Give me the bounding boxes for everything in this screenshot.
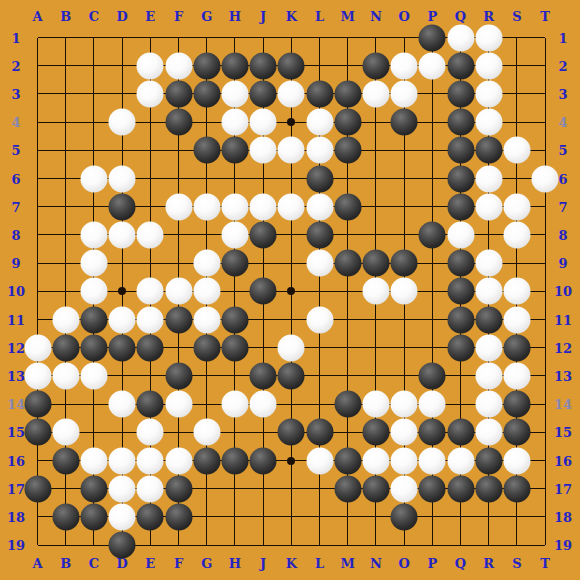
stone-black[interactable] xyxy=(109,532,136,559)
stone-black[interactable] xyxy=(447,193,474,220)
stone-white[interactable] xyxy=(278,193,305,220)
stone-black[interactable] xyxy=(250,278,277,305)
column-label: E xyxy=(145,557,155,570)
stone-white[interactable] xyxy=(503,362,530,389)
stone-black[interactable] xyxy=(447,278,474,305)
stone-white[interactable] xyxy=(109,109,136,136)
stone-white[interactable] xyxy=(391,475,418,502)
stone-black[interactable] xyxy=(193,137,220,164)
stone-white[interactable] xyxy=(250,137,277,164)
stone-black[interactable] xyxy=(419,221,446,248)
stone-white[interactable] xyxy=(306,109,333,136)
stone-black[interactable] xyxy=(80,475,107,502)
column-label: P xyxy=(427,10,437,23)
row-label: 5 xyxy=(558,144,567,157)
row-label: 6 xyxy=(558,172,567,185)
stone-white[interactable] xyxy=(221,109,248,136)
stone-white[interactable] xyxy=(306,447,333,474)
row-label: 7 xyxy=(11,200,20,213)
stone-white[interactable] xyxy=(24,334,51,361)
stone-white[interactable] xyxy=(503,447,530,474)
stone-black[interactable] xyxy=(24,419,51,446)
stone-black[interactable] xyxy=(221,52,248,79)
stone-black[interactable] xyxy=(109,334,136,361)
row-label: 11 xyxy=(7,313,25,326)
stone-white[interactable] xyxy=(475,334,502,361)
stone-white[interactable] xyxy=(278,137,305,164)
column-label: O xyxy=(398,557,409,570)
stone-white[interactable] xyxy=(137,475,164,502)
stone-white[interactable] xyxy=(137,80,164,107)
stone-black[interactable] xyxy=(109,193,136,220)
stone-black[interactable] xyxy=(447,137,474,164)
stone-white[interactable] xyxy=(80,250,107,277)
row-label: 3 xyxy=(558,87,567,100)
row-label: 18 xyxy=(7,510,25,523)
column-label: M xyxy=(340,10,354,23)
stone-black[interactable] xyxy=(250,447,277,474)
stone-white[interactable] xyxy=(165,193,192,220)
stone-black[interactable] xyxy=(447,334,474,361)
row-label: 19 xyxy=(554,539,572,552)
stone-black[interactable] xyxy=(221,306,248,333)
stone-white[interactable] xyxy=(221,221,248,248)
row-label: 4 xyxy=(11,116,20,129)
stone-black[interactable] xyxy=(24,475,51,502)
row-label: 15 xyxy=(7,426,25,439)
stone-white[interactable] xyxy=(475,24,502,51)
stone-white[interactable] xyxy=(475,419,502,446)
stone-black[interactable] xyxy=(447,475,474,502)
stone-black[interactable] xyxy=(475,137,502,164)
column-label: Q xyxy=(455,10,466,23)
column-label: H xyxy=(229,10,241,23)
row-label: 12 xyxy=(7,341,25,354)
stone-black[interactable] xyxy=(447,165,474,192)
stone-white[interactable] xyxy=(165,278,192,305)
stone-white[interactable] xyxy=(391,419,418,446)
stone-white[interactable] xyxy=(447,447,474,474)
column-label: J xyxy=(260,557,266,570)
column-label: C xyxy=(89,557,99,570)
stone-white[interactable] xyxy=(109,221,136,248)
stone-black[interactable] xyxy=(419,419,446,446)
stone-white[interactable] xyxy=(503,193,530,220)
row-label: 5 xyxy=(11,144,20,157)
stone-black[interactable] xyxy=(165,503,192,530)
stone-white[interactable] xyxy=(391,447,418,474)
stone-white[interactable] xyxy=(306,306,333,333)
star-point xyxy=(118,287,126,295)
stone-white[interactable] xyxy=(475,193,502,220)
stone-black[interactable] xyxy=(250,52,277,79)
stone-white[interactable] xyxy=(137,419,164,446)
stone-black[interactable] xyxy=(193,52,220,79)
column-label: K xyxy=(286,557,297,570)
stone-white[interactable] xyxy=(503,221,530,248)
stone-white[interactable] xyxy=(419,52,446,79)
stone-black[interactable] xyxy=(362,250,389,277)
row-label: 19 xyxy=(7,539,25,552)
stone-black[interactable] xyxy=(503,419,530,446)
stone-white[interactable] xyxy=(24,362,51,389)
stone-white[interactable] xyxy=(193,306,220,333)
stone-white[interactable] xyxy=(532,165,559,192)
stone-white[interactable] xyxy=(503,278,530,305)
star-point xyxy=(287,118,295,126)
stone-black[interactable] xyxy=(447,250,474,277)
row-label: 9 xyxy=(11,257,20,270)
stone-white[interactable] xyxy=(391,278,418,305)
column-label: Q xyxy=(455,557,466,570)
stone-black[interactable] xyxy=(221,250,248,277)
stone-black[interactable] xyxy=(250,362,277,389)
row-label: 13 xyxy=(554,369,572,382)
stone-black[interactable] xyxy=(80,503,107,530)
column-label: L xyxy=(315,10,324,23)
stone-black[interactable] xyxy=(334,447,361,474)
stone-white[interactable] xyxy=(109,306,136,333)
stone-black[interactable] xyxy=(250,80,277,107)
row-label: 10 xyxy=(554,285,572,298)
stone-white[interactable] xyxy=(80,447,107,474)
stone-black[interactable] xyxy=(193,334,220,361)
column-label: P xyxy=(427,557,437,570)
stone-black[interactable] xyxy=(306,221,333,248)
stone-white[interactable] xyxy=(109,447,136,474)
star-point xyxy=(287,287,295,295)
stone-black[interactable] xyxy=(278,419,305,446)
row-label: 9 xyxy=(558,257,567,270)
stone-black[interactable] xyxy=(80,306,107,333)
stone-black[interactable] xyxy=(362,419,389,446)
go-board[interactable]: AABBCCDDEEFFGGHHJJKKLLMMNNOOPPQQRRSSTT11… xyxy=(0,0,580,580)
column-label: A xyxy=(32,10,42,23)
stone-black[interactable] xyxy=(334,391,361,418)
stone-white[interactable] xyxy=(80,362,107,389)
column-label: B xyxy=(60,557,71,570)
row-label: 8 xyxy=(558,228,567,241)
stone-white[interactable] xyxy=(306,137,333,164)
stone-white[interactable] xyxy=(52,362,79,389)
stone-white[interactable] xyxy=(447,221,474,248)
stone-black[interactable] xyxy=(334,475,361,502)
column-label: R xyxy=(483,557,494,570)
row-label: 13 xyxy=(7,369,25,382)
stone-black[interactable] xyxy=(165,306,192,333)
column-label: J xyxy=(260,10,266,23)
stone-black[interactable] xyxy=(503,334,530,361)
column-label: F xyxy=(174,557,183,570)
stone-white[interactable] xyxy=(193,193,220,220)
stone-black[interactable] xyxy=(475,475,502,502)
stone-white[interactable] xyxy=(391,391,418,418)
column-label: O xyxy=(398,10,409,23)
stone-black[interactable] xyxy=(52,447,79,474)
row-label: 2 xyxy=(11,59,20,72)
row-label: 17 xyxy=(7,482,25,495)
row-label: 3 xyxy=(11,87,20,100)
stone-black[interactable] xyxy=(475,447,502,474)
stone-white[interactable] xyxy=(278,334,305,361)
row-label: 15 xyxy=(554,426,572,439)
row-label: 16 xyxy=(554,454,572,467)
stone-white[interactable] xyxy=(475,278,502,305)
stone-black[interactable] xyxy=(221,334,248,361)
stone-white[interactable] xyxy=(475,109,502,136)
column-label: N xyxy=(370,557,382,570)
stone-black[interactable] xyxy=(334,80,361,107)
stone-black[interactable] xyxy=(221,447,248,474)
column-label: G xyxy=(201,10,212,23)
stone-black[interactable] xyxy=(419,24,446,51)
star-point xyxy=(287,457,295,465)
stone-white[interactable] xyxy=(419,391,446,418)
stone-white[interactable] xyxy=(278,80,305,107)
column-label: L xyxy=(315,557,324,570)
stone-white[interactable] xyxy=(109,165,136,192)
stone-black[interactable] xyxy=(193,447,220,474)
row-label: 11 xyxy=(554,313,572,326)
stone-white[interactable] xyxy=(306,193,333,220)
stone-white[interactable] xyxy=(503,137,530,164)
stone-black[interactable] xyxy=(52,334,79,361)
column-label: H xyxy=(229,557,241,570)
row-label: 6 xyxy=(11,172,20,185)
stone-black[interactable] xyxy=(334,109,361,136)
stone-white[interactable] xyxy=(391,52,418,79)
stone-black[interactable] xyxy=(362,52,389,79)
row-label: 16 xyxy=(7,454,25,467)
stone-black[interactable] xyxy=(391,109,418,136)
column-label: R xyxy=(483,10,494,23)
stone-black[interactable] xyxy=(475,306,502,333)
stone-white[interactable] xyxy=(80,221,107,248)
column-label: C xyxy=(89,10,99,23)
stone-white[interactable] xyxy=(221,193,248,220)
stone-black[interactable] xyxy=(447,52,474,79)
row-label: 17 xyxy=(554,482,572,495)
stone-black[interactable] xyxy=(447,306,474,333)
stone-black[interactable] xyxy=(391,250,418,277)
row-label: 4 xyxy=(558,116,567,129)
row-label: 2 xyxy=(558,59,567,72)
stone-white[interactable] xyxy=(447,24,474,51)
column-label: T xyxy=(540,557,550,570)
stone-black[interactable] xyxy=(447,419,474,446)
column-label: A xyxy=(32,557,42,570)
column-label: D xyxy=(116,10,127,23)
stone-white[interactable] xyxy=(475,250,502,277)
column-label: G xyxy=(201,557,212,570)
stone-black[interactable] xyxy=(447,80,474,107)
column-label: S xyxy=(512,557,521,570)
stone-black[interactable] xyxy=(80,334,107,361)
stone-white[interactable] xyxy=(362,447,389,474)
column-label: S xyxy=(512,10,521,23)
stone-white[interactable] xyxy=(362,80,389,107)
stone-black[interactable] xyxy=(391,503,418,530)
stone-black[interactable] xyxy=(250,221,277,248)
stone-black[interactable] xyxy=(334,137,361,164)
stone-white[interactable] xyxy=(137,306,164,333)
row-label: 18 xyxy=(554,510,572,523)
column-label: T xyxy=(540,10,550,23)
stone-white[interactable] xyxy=(109,475,136,502)
stone-white[interactable] xyxy=(250,109,277,136)
row-label: 8 xyxy=(11,228,20,241)
stone-black[interactable] xyxy=(137,503,164,530)
stone-black[interactable] xyxy=(306,419,333,446)
stone-black[interactable] xyxy=(419,362,446,389)
stone-white[interactable] xyxy=(52,419,79,446)
stone-black[interactable] xyxy=(334,193,361,220)
stone-white[interactable] xyxy=(52,306,79,333)
stone-black[interactable] xyxy=(306,80,333,107)
stone-black[interactable] xyxy=(503,475,530,502)
stone-white[interactable] xyxy=(165,391,192,418)
stone-black[interactable] xyxy=(334,250,361,277)
stone-white[interactable] xyxy=(109,503,136,530)
stone-white[interactable] xyxy=(221,80,248,107)
stone-black[interactable] xyxy=(221,137,248,164)
stone-white[interactable] xyxy=(193,250,220,277)
grid-line-vertical xyxy=(545,38,546,546)
stone-white[interactable] xyxy=(475,362,502,389)
stone-white[interactable] xyxy=(362,278,389,305)
stone-black[interactable] xyxy=(503,391,530,418)
stone-black[interactable] xyxy=(419,475,446,502)
stone-white[interactable] xyxy=(80,165,107,192)
stone-black[interactable] xyxy=(52,503,79,530)
stone-white[interactable] xyxy=(193,278,220,305)
stone-black[interactable] xyxy=(24,391,51,418)
stone-white[interactable] xyxy=(391,80,418,107)
stone-white[interactable] xyxy=(80,278,107,305)
row-label: 7 xyxy=(558,200,567,213)
row-label: 1 xyxy=(558,31,567,44)
stone-white[interactable] xyxy=(475,52,502,79)
stone-black[interactable] xyxy=(362,475,389,502)
column-label: M xyxy=(340,557,354,570)
stone-black[interactable] xyxy=(278,362,305,389)
stone-black[interactable] xyxy=(306,165,333,192)
stone-black[interactable] xyxy=(278,52,305,79)
stone-black[interactable] xyxy=(137,391,164,418)
stone-white[interactable] xyxy=(475,165,502,192)
column-label: E xyxy=(145,10,155,23)
stone-white[interactable] xyxy=(475,80,502,107)
stone-white[interactable] xyxy=(137,221,164,248)
column-label: K xyxy=(286,10,297,23)
stone-white[interactable] xyxy=(165,52,192,79)
stone-white[interactable] xyxy=(193,419,220,446)
stone-white[interactable] xyxy=(137,447,164,474)
column-label: N xyxy=(370,10,382,23)
row-label: 12 xyxy=(554,341,572,354)
stone-white[interactable] xyxy=(137,52,164,79)
stone-black[interactable] xyxy=(193,80,220,107)
stone-white[interactable] xyxy=(250,193,277,220)
stone-white[interactable] xyxy=(306,250,333,277)
column-label: F xyxy=(174,10,183,23)
stone-black[interactable] xyxy=(165,362,192,389)
stone-white[interactable] xyxy=(221,391,248,418)
stone-black[interactable] xyxy=(165,80,192,107)
stone-white[interactable] xyxy=(362,391,389,418)
stone-white[interactable] xyxy=(250,391,277,418)
stone-black[interactable] xyxy=(165,475,192,502)
stone-white[interactable] xyxy=(419,447,446,474)
row-label: 14 xyxy=(7,398,25,411)
stone-white[interactable] xyxy=(109,391,136,418)
stone-white[interactable] xyxy=(503,306,530,333)
row-label: 10 xyxy=(7,285,25,298)
stone-white[interactable] xyxy=(165,447,192,474)
row-label: 1 xyxy=(11,31,20,44)
stone-white[interactable] xyxy=(137,278,164,305)
stone-black[interactable] xyxy=(165,109,192,136)
stone-black[interactable] xyxy=(447,109,474,136)
stone-white[interactable] xyxy=(475,391,502,418)
column-label: B xyxy=(60,10,71,23)
stone-black[interactable] xyxy=(137,334,164,361)
row-label: 14 xyxy=(554,398,572,411)
